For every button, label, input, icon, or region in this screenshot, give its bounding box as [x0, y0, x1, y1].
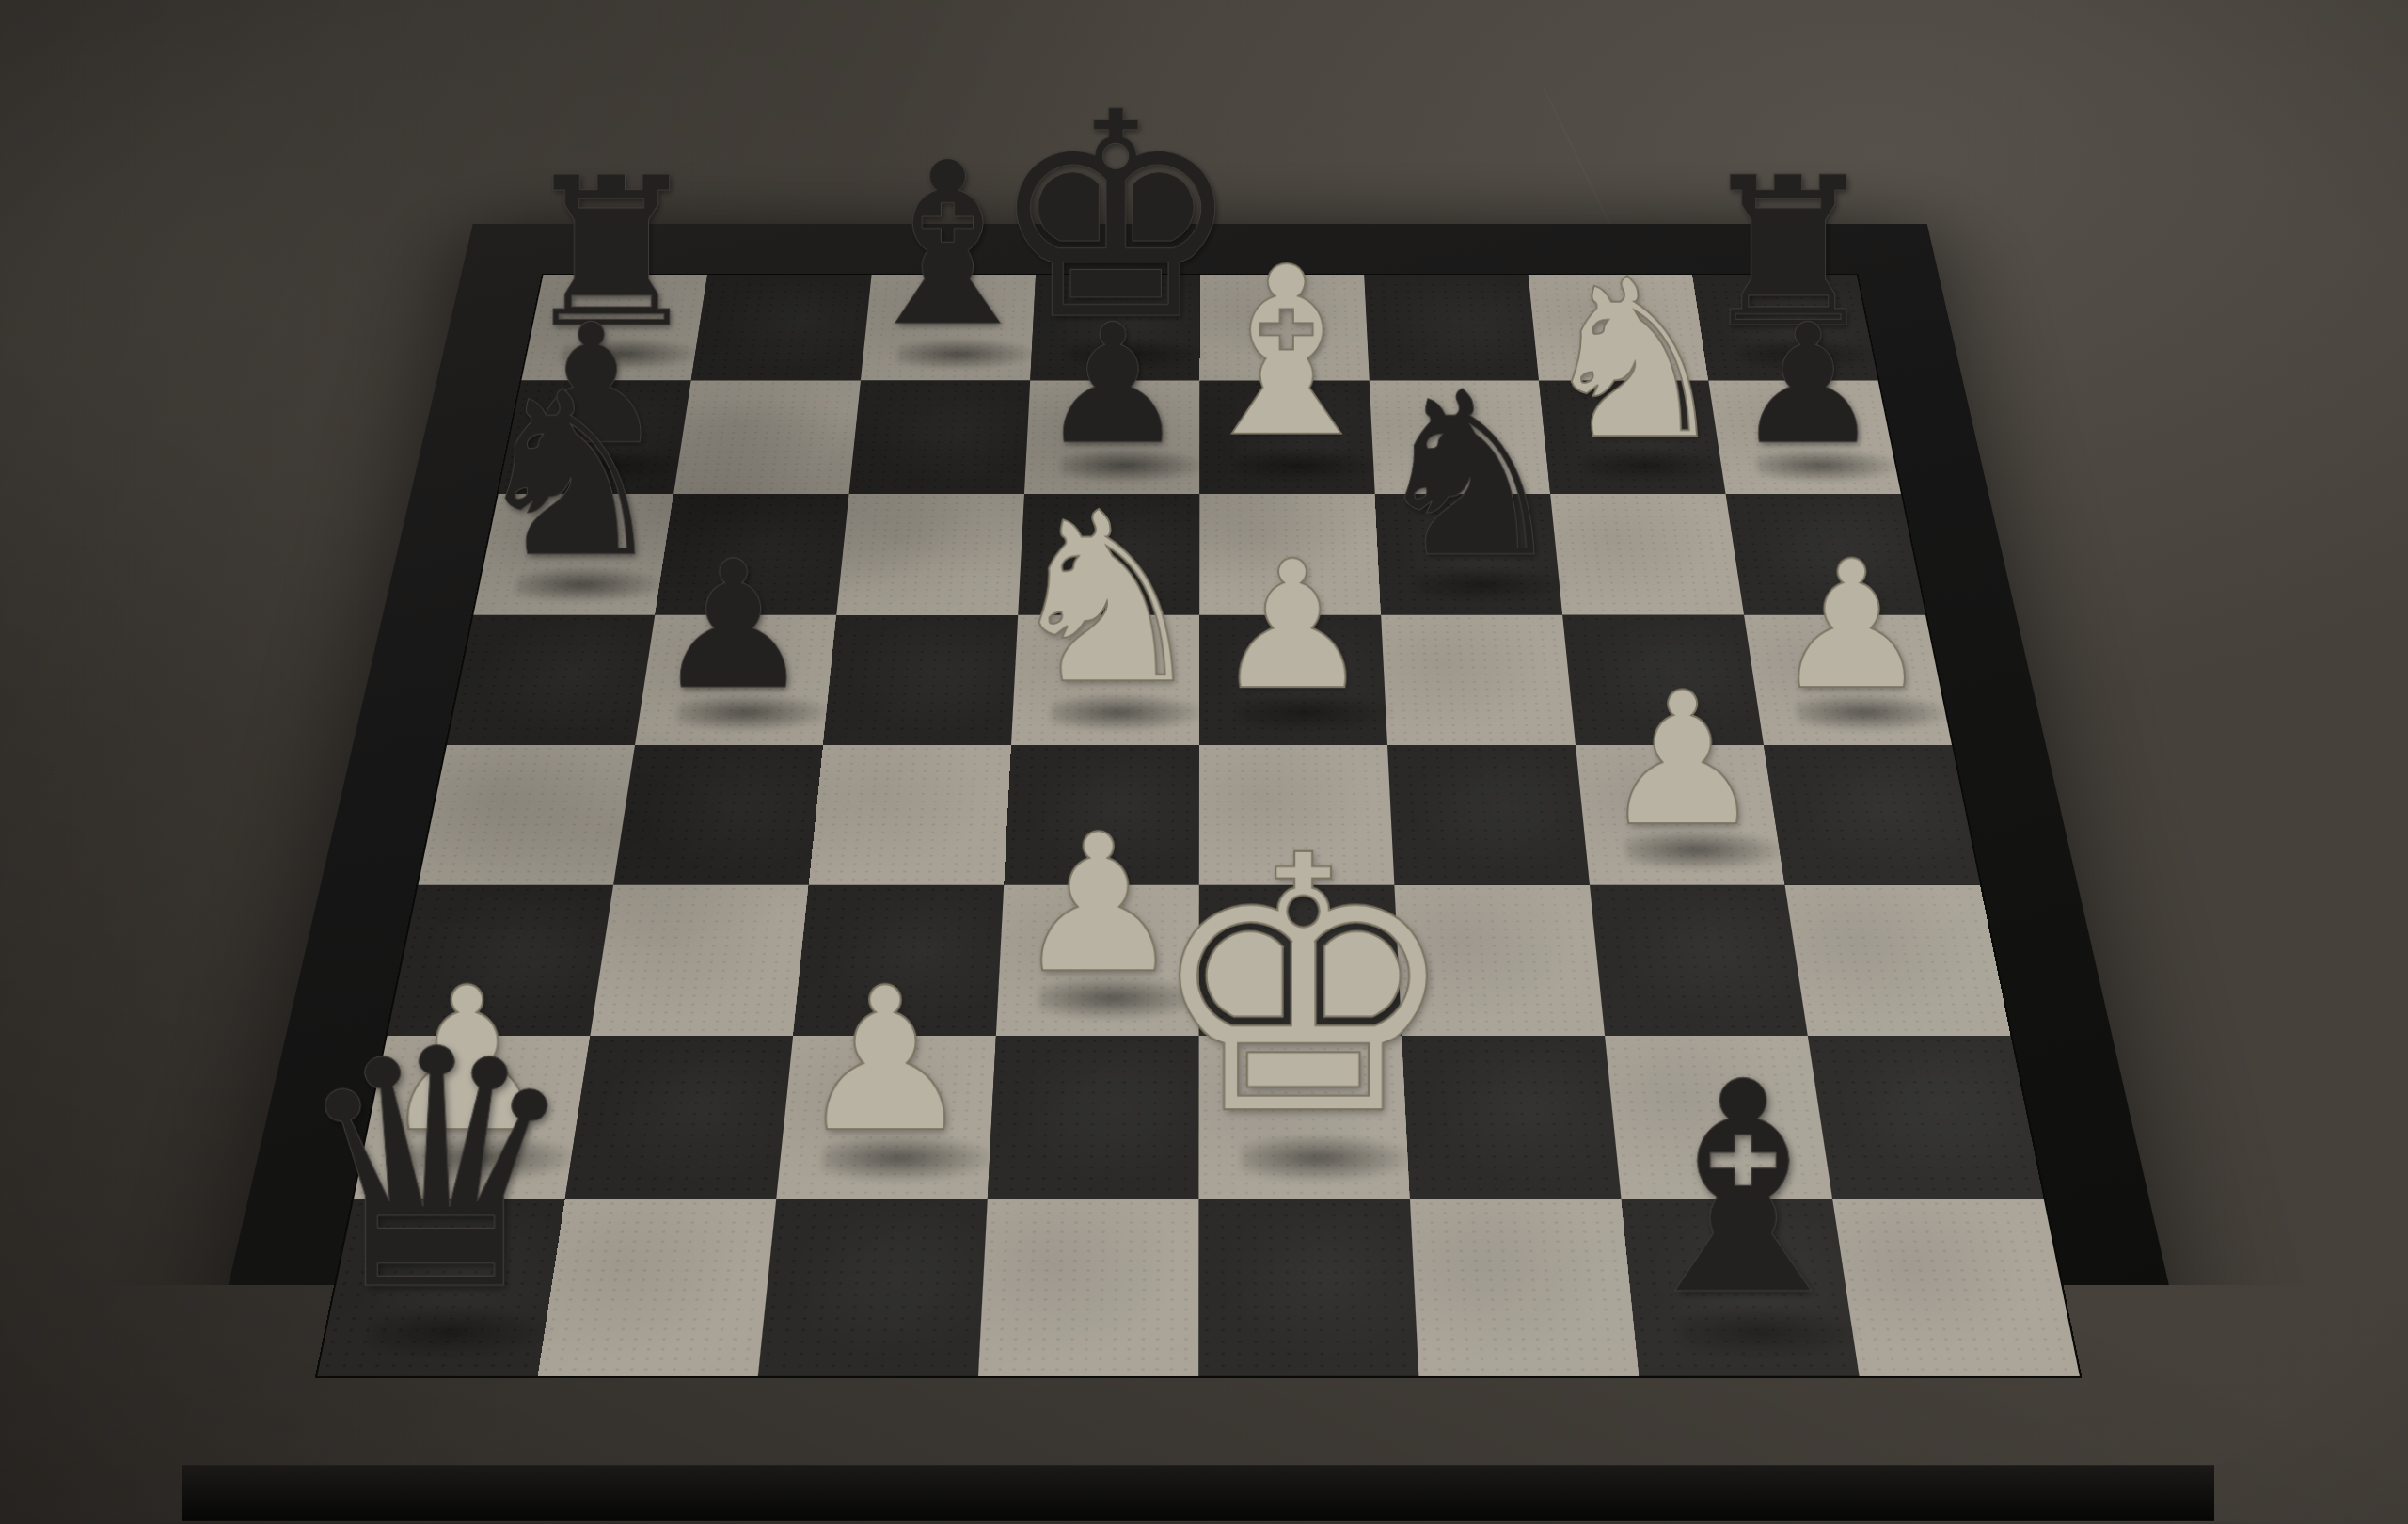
black-bishop-g1: ♝: [1612, 1052, 1874, 1329]
square-a4: [419, 745, 635, 885]
square-b2: [565, 1036, 793, 1199]
white-knight-d5: ♞: [1001, 487, 1212, 710]
square-f5: [1381, 615, 1576, 745]
square-e7: ♝: [1199, 381, 1374, 494]
square-b3: [590, 885, 808, 1036]
square-e5: ♟: [1199, 615, 1387, 745]
square-d5: ♞: [1011, 615, 1199, 745]
white-king-e2: ♚: [1145, 819, 1462, 1155]
square-a5: [447, 615, 655, 745]
square-h5: ♟: [1744, 615, 1952, 745]
black-pawn-d7: ♟: [1038, 307, 1186, 464]
white-pawn-c2: ♟: [796, 967, 974, 1156]
square-c2: ♟: [776, 1036, 996, 1199]
black-knight-f6: ♞: [1368, 368, 1571, 583]
white-bishop-e7: ♝: [1182, 243, 1391, 464]
square-c6: [836, 494, 1024, 615]
white-pawn-e5: ♟: [1213, 542, 1372, 710]
scene: ♜♝♚♜♟♟♝♞♟♞♞♟♞♟♟♟♟♟♟♚♛♝: [0, 0, 2408, 1524]
square-c4: [809, 745, 1011, 885]
chess-board: ♜♝♚♜♟♟♝♞♟♞♞♟♞♟♟♟♟♟♟♚♛♝: [185, 224, 2211, 1470]
square-e1: [1198, 1199, 1418, 1376]
square-b8: [691, 275, 872, 381]
black-queen-a1: ♛: [289, 1016, 584, 1328]
white-pawn-g4: ♟: [1600, 673, 1765, 848]
board-grid: ♜♝♚♜♟♟♝♞♟♞♞♟♞♟♟♟♟♟♟♚♛♝: [317, 275, 2079, 1376]
square-g6: [1550, 494, 1744, 615]
square-c5: [823, 615, 1018, 745]
square-g1: ♝: [1622, 1199, 1860, 1376]
square-d1: [978, 1199, 1198, 1376]
square-h3: [1785, 885, 2011, 1036]
square-e2: ♚: [1198, 1036, 1410, 1199]
white-pawn-h5: ♟: [1772, 542, 1931, 710]
square-a1: ♛: [317, 1199, 564, 1376]
square-b4: [613, 745, 823, 885]
board-frame: ♜♝♚♜♟♟♝♞♟♞♞♟♞♟♟♟♟♟♟♚♛♝: [185, 224, 2211, 1470]
square-f1: [1410, 1199, 1640, 1376]
black-knight-a6: ♞: [468, 368, 672, 583]
square-a6: ♞: [473, 494, 673, 615]
black-pawn-b5: ♟: [654, 542, 813, 710]
square-c1: [758, 1199, 988, 1376]
square-g3: [1590, 885, 1808, 1036]
black-pawn-h7: ♟: [1734, 307, 1881, 464]
board-edge-side: [182, 1465, 2214, 1521]
square-b5: ♟: [635, 615, 836, 745]
square-f6: ♞: [1375, 494, 1562, 615]
square-g4: ♟: [1576, 745, 1785, 885]
square-b7: [673, 381, 861, 494]
